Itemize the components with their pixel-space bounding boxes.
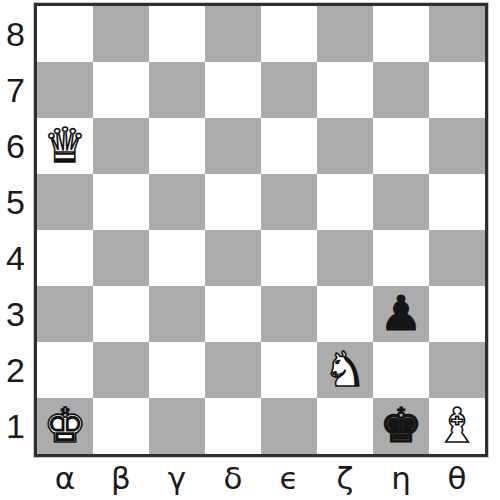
file-label-h: θ [429, 458, 485, 498]
rank-label-1: 1 [0, 398, 31, 454]
square-g8[interactable] [373, 6, 429, 62]
square-f6[interactable] [317, 118, 373, 174]
rank-label-6: 6 [0, 118, 31, 174]
square-b6[interactable] [93, 118, 149, 174]
file-label-b: β [93, 458, 149, 498]
square-f5[interactable] [317, 174, 373, 230]
square-h6[interactable] [429, 118, 485, 174]
square-b1[interactable] [93, 398, 149, 454]
rank-label-2: 2 [0, 342, 31, 398]
square-b3[interactable] [93, 286, 149, 342]
square-a2[interactable] [37, 342, 93, 398]
rank-label-8: 8 [0, 6, 31, 62]
square-d7[interactable] [205, 62, 261, 118]
square-h1[interactable]: ♝ [429, 398, 485, 454]
black-pawn: ♟ [373, 286, 429, 342]
square-g6[interactable] [373, 118, 429, 174]
square-a4[interactable] [37, 230, 93, 286]
square-g5[interactable] [373, 174, 429, 230]
chess-diagram: 87654321 ♛♟♞♚♚♝ αβγδϵζηθ [0, 0, 500, 500]
square-f7[interactable] [317, 62, 373, 118]
square-e1[interactable] [261, 398, 317, 454]
rank-label-3: 3 [0, 286, 31, 342]
square-f2[interactable]: ♞ [317, 342, 373, 398]
square-a3[interactable] [37, 286, 93, 342]
square-f3[interactable] [317, 286, 373, 342]
square-d8[interactable] [205, 6, 261, 62]
square-c5[interactable] [149, 174, 205, 230]
square-d2[interactable] [205, 342, 261, 398]
file-label-e: ϵ [261, 458, 317, 498]
white-bishop: ♝ [429, 398, 485, 454]
square-d6[interactable] [205, 118, 261, 174]
rank-label-4: 4 [0, 230, 31, 286]
rank-label-5: 5 [0, 174, 31, 230]
square-c2[interactable] [149, 342, 205, 398]
square-c8[interactable] [149, 6, 205, 62]
square-h7[interactable] [429, 62, 485, 118]
square-b8[interactable] [93, 6, 149, 62]
square-e2[interactable] [261, 342, 317, 398]
square-h5[interactable] [429, 174, 485, 230]
square-g4[interactable] [373, 230, 429, 286]
square-a6[interactable]: ♛ [37, 118, 93, 174]
square-a5[interactable] [37, 174, 93, 230]
white-knight: ♞ [317, 342, 373, 398]
file-label-a: α [37, 458, 93, 498]
square-g1[interactable]: ♚ [373, 398, 429, 454]
square-d4[interactable] [205, 230, 261, 286]
square-b5[interactable] [93, 174, 149, 230]
square-a7[interactable] [37, 62, 93, 118]
square-c4[interactable] [149, 230, 205, 286]
rank-labels: 87654321 [0, 6, 31, 454]
square-e8[interactable] [261, 6, 317, 62]
square-h3[interactable] [429, 286, 485, 342]
square-f4[interactable] [317, 230, 373, 286]
square-f8[interactable] [317, 6, 373, 62]
square-c7[interactable] [149, 62, 205, 118]
square-b2[interactable] [93, 342, 149, 398]
white-king: ♚ [37, 398, 93, 454]
square-f1[interactable] [317, 398, 373, 454]
file-label-c: γ [149, 458, 205, 498]
square-d1[interactable] [205, 398, 261, 454]
rank-label-7: 7 [0, 62, 31, 118]
file-label-f: ζ [317, 458, 373, 498]
square-a8[interactable] [37, 6, 93, 62]
square-e7[interactable] [261, 62, 317, 118]
square-d5[interactable] [205, 174, 261, 230]
square-h8[interactable] [429, 6, 485, 62]
square-g2[interactable] [373, 342, 429, 398]
square-d3[interactable] [205, 286, 261, 342]
chess-board: ♛♟♞♚♚♝ [37, 6, 485, 454]
square-e5[interactable] [261, 174, 317, 230]
board-frame: ♛♟♞♚♚♝ [34, 3, 488, 457]
square-c3[interactable] [149, 286, 205, 342]
square-e4[interactable] [261, 230, 317, 286]
file-labels: αβγδϵζηθ [37, 458, 485, 498]
square-b7[interactable] [93, 62, 149, 118]
square-e6[interactable] [261, 118, 317, 174]
black-king: ♚ [373, 398, 429, 454]
square-b4[interactable] [93, 230, 149, 286]
square-h4[interactable] [429, 230, 485, 286]
file-label-g: η [373, 458, 429, 498]
square-a1[interactable]: ♚ [37, 398, 93, 454]
white-queen: ♛ [37, 118, 93, 174]
square-c1[interactable] [149, 398, 205, 454]
file-label-d: δ [205, 458, 261, 498]
square-h2[interactable] [429, 342, 485, 398]
square-c6[interactable] [149, 118, 205, 174]
square-g3[interactable]: ♟ [373, 286, 429, 342]
square-e3[interactable] [261, 286, 317, 342]
square-g7[interactable] [373, 62, 429, 118]
